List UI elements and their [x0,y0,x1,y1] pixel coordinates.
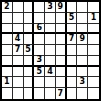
cell-r7c8[interactable] [77,67,88,78]
cell-r4c9[interactable] [88,34,99,45]
cell-r9c1[interactable] [2,88,13,99]
cell-r2c6[interactable] [56,13,67,24]
cell-r1c5[interactable]: 3 [45,2,56,13]
cell-r2c3[interactable] [24,13,35,24]
cell-r5c3[interactable]: 5 [24,45,35,56]
cell-r7c4[interactable]: 5 [34,67,45,78]
cell-r1c2[interactable] [13,2,24,13]
cell-r6c9[interactable] [88,56,99,67]
cell-r8c2[interactable] [13,77,24,88]
cell-r5c8[interactable] [77,45,88,56]
cell-r2c4[interactable] [34,13,45,24]
cell-r4c7[interactable]: 7 [67,34,78,45]
cell-r6c1[interactable] [2,56,13,67]
cell-r3c6[interactable] [56,24,67,35]
cell-r2c8[interactable] [77,13,88,24]
cell-r9c3[interactable] [24,88,35,99]
cell-r6c6[interactable] [56,56,67,67]
cell-r1c1[interactable]: 2 [2,2,13,13]
cell-r7c5[interactable]: 4 [45,67,56,78]
cell-r1c3[interactable] [24,2,35,13]
cell-r2c9[interactable]: 1 [88,13,99,24]
sudoku-board: 23951647975354137 [0,0,101,101]
cell-r1c7[interactable] [67,2,78,13]
cell-r4c5[interactable] [45,34,56,45]
cell-r4c1[interactable] [2,34,13,45]
cell-r6c5[interactable] [45,56,56,67]
cell-r5c2[interactable]: 7 [13,45,24,56]
cell-r7c9[interactable] [88,67,99,78]
cell-r6c7[interactable] [67,56,78,67]
cell-r8c5[interactable] [45,77,56,88]
cell-r2c5[interactable] [45,13,56,24]
cell-r3c7[interactable] [67,24,78,35]
cell-r4c2[interactable]: 4 [13,34,24,45]
cell-r8c3[interactable] [24,77,35,88]
cell-r3c3[interactable] [24,24,35,35]
cell-r2c1[interactable] [2,13,13,24]
cell-r7c7[interactable] [67,67,78,78]
cell-r8c8[interactable]: 3 [77,77,88,88]
cell-r6c2[interactable] [13,56,24,67]
cell-r2c7[interactable]: 5 [67,13,78,24]
cell-r6c8[interactable] [77,56,88,67]
cell-r1c4[interactable] [34,2,45,13]
cell-r9c2[interactable] [13,88,24,99]
cell-r5c9[interactable] [88,45,99,56]
cell-r4c8[interactable]: 9 [77,34,88,45]
cell-r6c4[interactable]: 3 [34,56,45,67]
cell-r8c9[interactable] [88,77,99,88]
cell-r8c4[interactable] [34,77,45,88]
cell-r3c2[interactable] [13,24,24,35]
cell-r1c9[interactable] [88,2,99,13]
cell-r3c8[interactable] [77,24,88,35]
cell-r5c1[interactable] [2,45,13,56]
cell-r5c4[interactable] [34,45,45,56]
cell-r7c2[interactable] [13,67,24,78]
cell-r9c8[interactable] [77,88,88,99]
cell-r1c8[interactable] [77,2,88,13]
cell-r6c3[interactable] [24,56,35,67]
cell-r9c5[interactable] [45,88,56,99]
cell-r5c5[interactable] [45,45,56,56]
cell-r8c7[interactable] [67,77,78,88]
cell-r1c6[interactable]: 9 [56,2,67,13]
cell-r9c4[interactable] [34,88,45,99]
cell-r9c6[interactable]: 7 [56,88,67,99]
cell-r4c4[interactable] [34,34,45,45]
cell-r2c2[interactable] [13,13,24,24]
cell-r5c7[interactable] [67,45,78,56]
cell-r7c6[interactable] [56,67,67,78]
cell-r7c3[interactable] [24,67,35,78]
cell-r3c1[interactable] [2,24,13,35]
cell-r9c9[interactable] [88,88,99,99]
cell-r3c4[interactable]: 6 [34,24,45,35]
cell-r8c1[interactable]: 1 [2,77,13,88]
cell-r8c6[interactable] [56,77,67,88]
cell-r5c6[interactable] [56,45,67,56]
cell-r4c6[interactable] [56,34,67,45]
cell-r7c1[interactable] [2,67,13,78]
cell-r3c9[interactable] [88,24,99,35]
cell-r3c5[interactable] [45,24,56,35]
cell-r9c7[interactable] [67,88,78,99]
cell-r4c3[interactable] [24,34,35,45]
